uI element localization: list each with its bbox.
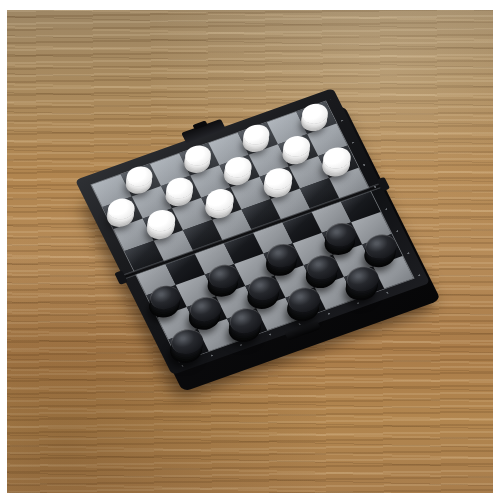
white-checker-piece[interactable] xyxy=(181,142,214,169)
product-photo xyxy=(7,10,493,493)
white-checker-piece[interactable] xyxy=(123,163,156,190)
white-checker-piece[interactable] xyxy=(298,101,331,128)
white-checker-piece[interactable] xyxy=(240,122,273,149)
